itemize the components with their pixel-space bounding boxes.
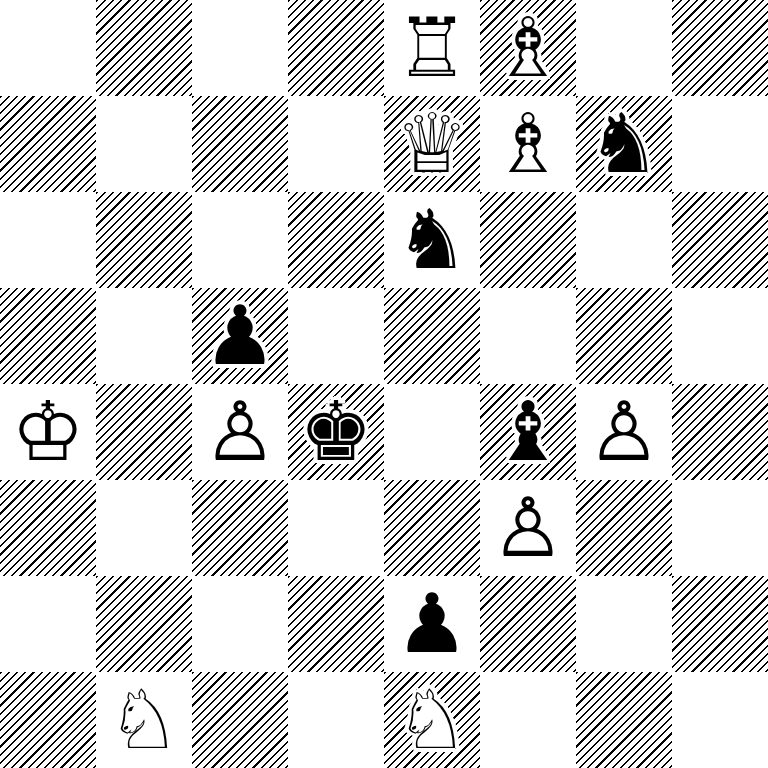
square-c6[interactable] — [192, 192, 288, 288]
square-d2[interactable] — [288, 576, 384, 672]
square-g7[interactable]: ♞♞ — [576, 96, 672, 192]
square-d8[interactable] — [288, 0, 384, 96]
piece-white-pawn-f3[interactable]: ♟♙ — [480, 480, 576, 576]
square-f7[interactable]: ♝♗ — [480, 96, 576, 192]
square-d3[interactable] — [288, 480, 384, 576]
square-c8[interactable] — [192, 0, 288, 96]
black-pawn-glyph-icon: ♟ — [192, 288, 288, 384]
white-king-glyph-icon: ♔ — [0, 384, 96, 480]
square-f3[interactable]: ♟♙ — [480, 480, 576, 576]
square-g5[interactable] — [576, 288, 672, 384]
black-bishop-glyph-icon: ♝ — [480, 384, 576, 480]
piece-white-queen-e7[interactable]: ♛♕ — [384, 96, 480, 192]
square-b5[interactable] — [96, 288, 192, 384]
square-h6[interactable] — [672, 192, 768, 288]
square-b7[interactable] — [96, 96, 192, 192]
square-b6[interactable] — [96, 192, 192, 288]
white-bishop-glyph-icon: ♗ — [480, 96, 576, 192]
piece-white-pawn-g4[interactable]: ♟♙ — [576, 384, 672, 480]
square-c1[interactable] — [192, 672, 288, 768]
square-e2[interactable]: ♟♟ — [384, 576, 480, 672]
white-knight-glyph-icon: ♘ — [96, 672, 192, 768]
square-e8[interactable]: ♜♖ — [384, 0, 480, 96]
black-knight-glyph-icon: ♞ — [384, 192, 480, 288]
square-c7[interactable] — [192, 96, 288, 192]
square-h5[interactable] — [672, 288, 768, 384]
square-d1[interactable] — [288, 672, 384, 768]
square-c3[interactable] — [192, 480, 288, 576]
square-g8[interactable] — [576, 0, 672, 96]
square-f6[interactable] — [480, 192, 576, 288]
black-knight-glyph-icon: ♞ — [576, 96, 672, 192]
white-pawn-glyph-icon: ♙ — [192, 384, 288, 480]
square-a4[interactable]: ♚♔ — [0, 384, 96, 480]
piece-black-king-d4[interactable]: ♚♚ — [288, 384, 384, 480]
piece-white-bishop-f7[interactable]: ♝♗ — [480, 96, 576, 192]
chess-board: ♜♖♝♗♛♕♝♗♞♞♞♞♟♟♚♔♟♙♚♚♝♝♟♙♟♙♟♟♞♘♞♘ — [0, 0, 768, 768]
square-e5[interactable] — [384, 288, 480, 384]
square-a8[interactable] — [0, 0, 96, 96]
piece-white-bishop-f8[interactable]: ♝♗ — [480, 0, 576, 96]
square-c2[interactable] — [192, 576, 288, 672]
square-g4[interactable]: ♟♙ — [576, 384, 672, 480]
white-rook-glyph-icon: ♖ — [384, 0, 480, 96]
square-g6[interactable] — [576, 192, 672, 288]
square-h7[interactable] — [672, 96, 768, 192]
square-d6[interactable] — [288, 192, 384, 288]
square-f4[interactable]: ♝♝ — [480, 384, 576, 480]
square-e4[interactable] — [384, 384, 480, 480]
square-b1[interactable]: ♞♘ — [96, 672, 192, 768]
square-f5[interactable] — [480, 288, 576, 384]
square-a6[interactable] — [0, 192, 96, 288]
white-queen-glyph-icon: ♕ — [384, 96, 480, 192]
piece-black-pawn-e2[interactable]: ♟♟ — [384, 576, 480, 672]
square-h4[interactable] — [672, 384, 768, 480]
square-b8[interactable] — [96, 0, 192, 96]
square-d5[interactable] — [288, 288, 384, 384]
piece-white-king-a4[interactable]: ♚♔ — [0, 384, 96, 480]
square-b4[interactable] — [96, 384, 192, 480]
square-a5[interactable] — [0, 288, 96, 384]
square-a3[interactable] — [0, 480, 96, 576]
square-e1[interactable]: ♞♘ — [384, 672, 480, 768]
square-g2[interactable] — [576, 576, 672, 672]
piece-black-knight-e6[interactable]: ♞♞ — [384, 192, 480, 288]
black-pawn-glyph-icon: ♟ — [384, 576, 480, 672]
square-d4[interactable]: ♚♚ — [288, 384, 384, 480]
square-e3[interactable] — [384, 480, 480, 576]
white-pawn-glyph-icon: ♙ — [576, 384, 672, 480]
square-g3[interactable] — [576, 480, 672, 576]
square-b2[interactable] — [96, 576, 192, 672]
square-e7[interactable]: ♛♕ — [384, 96, 480, 192]
square-a1[interactable] — [0, 672, 96, 768]
square-d7[interactable] — [288, 96, 384, 192]
white-pawn-glyph-icon: ♙ — [480, 480, 576, 576]
piece-black-bishop-f4[interactable]: ♝♝ — [480, 384, 576, 480]
white-bishop-glyph-icon: ♗ — [480, 0, 576, 96]
square-f8[interactable]: ♝♗ — [480, 0, 576, 96]
square-c4[interactable]: ♟♙ — [192, 384, 288, 480]
piece-white-knight-e1[interactable]: ♞♘ — [384, 672, 480, 768]
square-b3[interactable] — [96, 480, 192, 576]
square-h8[interactable] — [672, 0, 768, 96]
black-king-glyph-icon: ♚ — [288, 384, 384, 480]
square-f1[interactable] — [480, 672, 576, 768]
piece-black-pawn-c5[interactable]: ♟♟ — [192, 288, 288, 384]
square-h2[interactable] — [672, 576, 768, 672]
piece-white-pawn-c4[interactable]: ♟♙ — [192, 384, 288, 480]
square-g1[interactable] — [576, 672, 672, 768]
piece-white-rook-e8[interactable]: ♜♖ — [384, 0, 480, 96]
square-h1[interactable] — [672, 672, 768, 768]
piece-black-knight-g7[interactable]: ♞♞ — [576, 96, 672, 192]
square-c5[interactable]: ♟♟ — [192, 288, 288, 384]
square-a7[interactable] — [0, 96, 96, 192]
square-h3[interactable] — [672, 480, 768, 576]
square-f2[interactable] — [480, 576, 576, 672]
piece-white-knight-b1[interactable]: ♞♘ — [96, 672, 192, 768]
square-e6[interactable]: ♞♞ — [384, 192, 480, 288]
square-a2[interactable] — [0, 576, 96, 672]
white-knight-glyph-icon: ♘ — [384, 672, 480, 768]
